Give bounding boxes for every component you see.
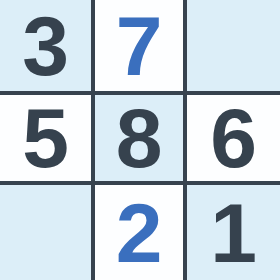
sudoku-cell-r1c3[interactable] <box>187 0 280 91</box>
sudoku-cell-r1c2[interactable]: 7 <box>95 0 183 91</box>
sudoku-cell-r1c1[interactable]: 3 <box>0 0 91 91</box>
sudoku-cell-r2c3[interactable]: 6 <box>187 95 280 181</box>
sudoku-cell-r3c3[interactable]: 1 <box>187 185 280 280</box>
sudoku-board: 3758621 <box>0 0 280 280</box>
sudoku-cell-r3c2[interactable]: 2 <box>95 185 183 280</box>
sudoku-cell-r2c2[interactable]: 8 <box>95 95 183 181</box>
sudoku-cell-r2c1[interactable]: 5 <box>0 95 91 181</box>
sudoku-cell-r3c1[interactable] <box>0 185 91 280</box>
